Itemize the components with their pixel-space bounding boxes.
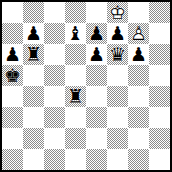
square-e2[interactable] — [86, 128, 107, 149]
square-c8[interactable] — [44, 2, 65, 23]
piece-black-bishop: ♝ — [65, 23, 86, 44]
square-h5[interactable] — [149, 65, 170, 86]
square-a3[interactable] — [2, 107, 23, 128]
square-f3[interactable] — [107, 107, 128, 128]
square-e8[interactable] — [86, 2, 107, 23]
square-c4[interactable] — [44, 86, 65, 107]
white-pawn-fill: ♟ — [128, 23, 149, 44]
piece-black-pawn: ♟ — [86, 44, 107, 65]
square-c6[interactable] — [44, 44, 65, 65]
square-f7[interactable]: ♟ — [107, 23, 128, 44]
square-b3[interactable] — [23, 107, 44, 128]
piece-black-king: ♚ — [2, 65, 23, 86]
square-a1[interactable] — [2, 149, 23, 170]
square-a6[interactable]: ♟ — [2, 44, 23, 65]
square-f6[interactable]: ♛ — [107, 44, 128, 65]
square-d6[interactable] — [65, 44, 86, 65]
square-d7[interactable]: ♝ — [65, 23, 86, 44]
square-h7[interactable] — [149, 23, 170, 44]
square-a8[interactable] — [2, 2, 23, 23]
square-d3[interactable] — [65, 107, 86, 128]
piece-black-pawn: ♟ — [2, 44, 23, 65]
square-e7[interactable]: ♟ — [86, 23, 107, 44]
piece-black-pawn: ♟ — [86, 23, 107, 44]
square-h4[interactable] — [149, 86, 170, 107]
square-c5[interactable] — [44, 65, 65, 86]
square-d5[interactable] — [65, 65, 86, 86]
square-h6[interactable] — [149, 44, 170, 65]
square-f1[interactable] — [107, 149, 128, 170]
square-c3[interactable] — [44, 107, 65, 128]
square-f2[interactable] — [107, 128, 128, 149]
square-b4[interactable] — [23, 86, 44, 107]
square-c1[interactable] — [44, 149, 65, 170]
square-h1[interactable] — [149, 149, 170, 170]
piece-black-pawn: ♟ — [128, 44, 149, 65]
square-h2[interactable] — [149, 128, 170, 149]
square-e5[interactable] — [86, 65, 107, 86]
square-b7[interactable]: ♟ — [23, 23, 44, 44]
piece-white-king: ♔ — [107, 2, 128, 23]
square-a5[interactable]: ♚ — [2, 65, 23, 86]
square-c2[interactable] — [44, 128, 65, 149]
square-g1[interactable] — [128, 149, 149, 170]
square-d4[interactable]: ♜ — [65, 86, 86, 107]
square-f5[interactable] — [107, 65, 128, 86]
square-g7[interactable]: ♟♙ — [128, 23, 149, 44]
piece-black-queen: ♛ — [107, 44, 128, 65]
square-h8[interactable] — [149, 2, 170, 23]
square-g3[interactable] — [128, 107, 149, 128]
square-d8[interactable] — [65, 2, 86, 23]
square-d1[interactable] — [65, 149, 86, 170]
square-c7[interactable] — [44, 23, 65, 44]
square-b2[interactable] — [23, 128, 44, 149]
square-f8[interactable]: ♚♔ — [107, 2, 128, 23]
square-e1[interactable] — [86, 149, 107, 170]
white-king-fill: ♚ — [107, 2, 128, 23]
square-d2[interactable] — [65, 128, 86, 149]
chessboard: ♚♔♟♝♟♟♟♙♟♜♟♛♟♚♜ — [0, 0, 172, 172]
square-e4[interactable] — [86, 86, 107, 107]
square-e6[interactable]: ♟ — [86, 44, 107, 65]
square-b1[interactable] — [23, 149, 44, 170]
square-b5[interactable] — [23, 65, 44, 86]
square-a2[interactable] — [2, 128, 23, 149]
square-f4[interactable] — [107, 86, 128, 107]
square-g6[interactable]: ♟ — [128, 44, 149, 65]
square-g4[interactable] — [128, 86, 149, 107]
piece-black-pawn: ♟ — [23, 23, 44, 44]
square-h3[interactable] — [149, 107, 170, 128]
square-g5[interactable] — [128, 65, 149, 86]
square-a4[interactable] — [2, 86, 23, 107]
square-e3[interactable] — [86, 107, 107, 128]
piece-black-rook: ♜ — [23, 44, 44, 65]
square-g2[interactable] — [128, 128, 149, 149]
square-g8[interactable] — [128, 2, 149, 23]
piece-white-pawn: ♙ — [128, 23, 149, 44]
square-b8[interactable] — [23, 2, 44, 23]
piece-black-pawn: ♟ — [107, 23, 128, 44]
square-a7[interactable] — [2, 23, 23, 44]
square-b6[interactable]: ♜ — [23, 44, 44, 65]
piece-black-rook: ♜ — [65, 86, 86, 107]
